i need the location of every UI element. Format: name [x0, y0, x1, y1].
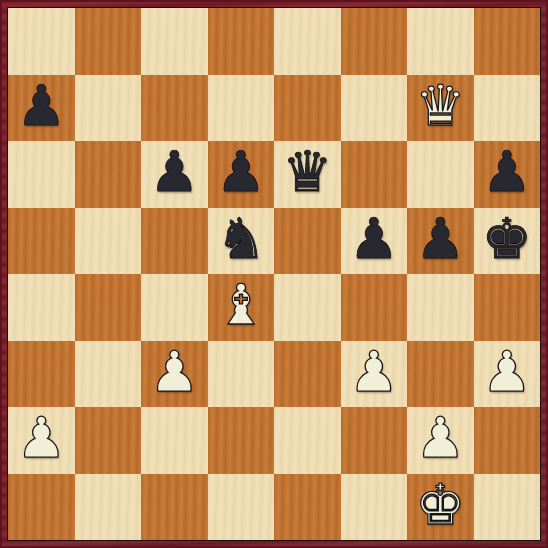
square-a3[interactable]	[8, 341, 75, 408]
square-d8[interactable]	[208, 8, 275, 75]
square-d6[interactable]: ♟	[208, 141, 275, 208]
square-e3[interactable]	[274, 341, 341, 408]
square-b4[interactable]	[75, 274, 142, 341]
square-b3[interactable]	[75, 341, 142, 408]
square-d3[interactable]	[208, 341, 275, 408]
square-g8[interactable]	[407, 8, 474, 75]
square-g1[interactable]: ♚	[407, 474, 474, 541]
black-pawn-c6[interactable]: ♟	[149, 139, 199, 205]
square-h1[interactable]	[474, 474, 541, 541]
square-e4[interactable]	[274, 274, 341, 341]
square-a2[interactable]: ♟	[8, 407, 75, 474]
square-f6[interactable]	[341, 141, 408, 208]
square-f1[interactable]	[341, 474, 408, 541]
white-pawn-g2[interactable]: ♟	[415, 405, 465, 471]
square-f5[interactable]: ♟	[341, 208, 408, 275]
square-a7[interactable]: ♟	[8, 75, 75, 142]
square-e1[interactable]	[274, 474, 341, 541]
square-c5[interactable]	[141, 208, 208, 275]
square-f8[interactable]	[341, 8, 408, 75]
square-h6[interactable]: ♟	[474, 141, 541, 208]
square-a6[interactable]	[8, 141, 75, 208]
square-g4[interactable]	[407, 274, 474, 341]
square-b8[interactable]	[75, 8, 142, 75]
square-d2[interactable]	[208, 407, 275, 474]
white-bishop-d4[interactable]: ♝	[216, 272, 266, 338]
square-e2[interactable]	[274, 407, 341, 474]
square-c3[interactable]: ♟	[141, 341, 208, 408]
square-e7[interactable]	[274, 75, 341, 142]
square-f7[interactable]	[341, 75, 408, 142]
white-pawn-c3[interactable]: ♟	[149, 339, 199, 405]
white-king-g1[interactable]: ♚	[415, 472, 465, 538]
square-b1[interactable]	[75, 474, 142, 541]
black-king-h5[interactable]: ♚	[482, 206, 532, 272]
square-d1[interactable]	[208, 474, 275, 541]
square-h5[interactable]: ♚	[474, 208, 541, 275]
square-f2[interactable]	[341, 407, 408, 474]
square-c8[interactable]	[141, 8, 208, 75]
square-d7[interactable]	[208, 75, 275, 142]
square-f3[interactable]: ♟	[341, 341, 408, 408]
square-b2[interactable]	[75, 407, 142, 474]
square-g7[interactable]: ♛	[407, 75, 474, 142]
square-h8[interactable]	[474, 8, 541, 75]
square-c4[interactable]	[141, 274, 208, 341]
square-h2[interactable]	[474, 407, 541, 474]
black-pawn-a7[interactable]: ♟	[16, 73, 66, 139]
square-e8[interactable]	[274, 8, 341, 75]
square-h3[interactable]: ♟	[474, 341, 541, 408]
white-pawn-f3[interactable]: ♟	[349, 339, 399, 405]
square-a8[interactable]	[8, 8, 75, 75]
square-d5[interactable]: ♞	[208, 208, 275, 275]
square-c6[interactable]: ♟	[141, 141, 208, 208]
square-e5[interactable]	[274, 208, 341, 275]
square-b6[interactable]	[75, 141, 142, 208]
square-a1[interactable]	[8, 474, 75, 541]
black-pawn-h6[interactable]: ♟	[482, 139, 532, 205]
square-f4[interactable]	[341, 274, 408, 341]
square-g2[interactable]: ♟	[407, 407, 474, 474]
black-pawn-g5[interactable]: ♟	[415, 206, 465, 272]
white-pawn-a2[interactable]: ♟	[16, 405, 66, 471]
square-g3[interactable]	[407, 341, 474, 408]
square-d4[interactable]: ♝	[208, 274, 275, 341]
square-e6[interactable]: ♛	[274, 141, 341, 208]
black-knight-d5[interactable]: ♞	[216, 206, 266, 272]
square-h7[interactable]	[474, 75, 541, 142]
square-g6[interactable]	[407, 141, 474, 208]
chess-board: ♟♛♟♟♛♟♞♟♟♚♝♟♟♟♟♟♚	[7, 7, 541, 541]
black-queen-e6[interactable]: ♛	[282, 139, 332, 205]
square-g5[interactable]: ♟	[407, 208, 474, 275]
black-pawn-f5[interactable]: ♟	[349, 206, 399, 272]
white-queen-g7[interactable]: ♛	[415, 73, 465, 139]
square-a4[interactable]	[8, 274, 75, 341]
square-b5[interactable]	[75, 208, 142, 275]
square-h4[interactable]	[474, 274, 541, 341]
square-c1[interactable]	[141, 474, 208, 541]
white-pawn-h3[interactable]: ♟	[482, 339, 532, 405]
square-a5[interactable]	[8, 208, 75, 275]
chess-board-frame: ♟♛♟♟♛♟♞♟♟♚♝♟♟♟♟♟♚	[0, 0, 548, 548]
square-c7[interactable]	[141, 75, 208, 142]
square-b7[interactable]	[75, 75, 142, 142]
square-c2[interactable]	[141, 407, 208, 474]
black-pawn-d6[interactable]: ♟	[216, 139, 266, 205]
